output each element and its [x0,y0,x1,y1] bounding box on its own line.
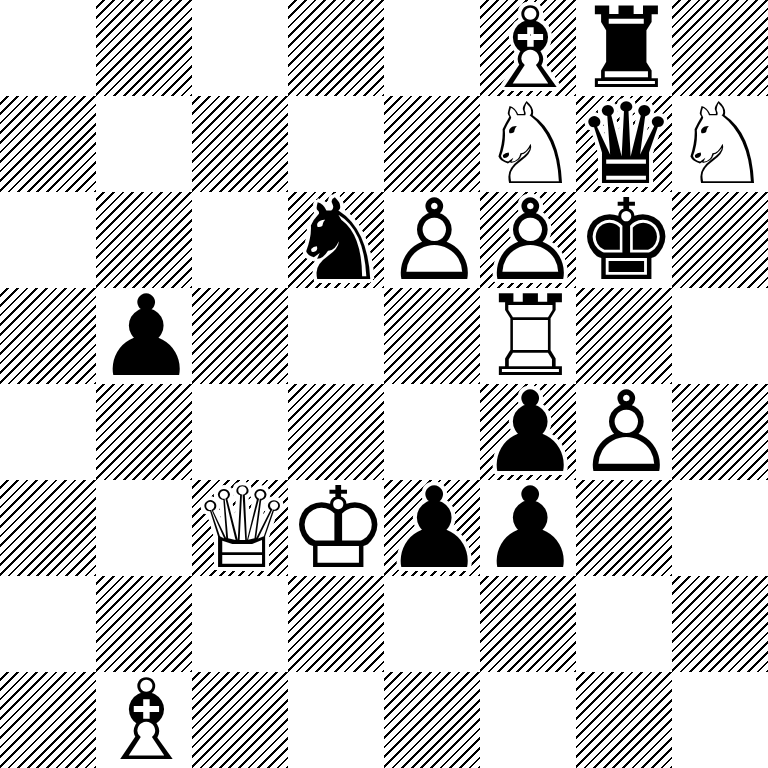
square-e8[interactable] [384,0,480,96]
black-pawn-icon: ♟ [96,288,192,384]
square-a4[interactable] [0,384,96,480]
white-knight-icon: ♘ [672,96,768,192]
square-c6[interactable] [192,192,288,288]
square-c2[interactable] [192,576,288,672]
square-d3[interactable]: ♚♔ [288,480,384,576]
piece-black-king[interactable]: ♚♚ [576,192,672,288]
square-e1[interactable] [384,672,480,768]
square-d8[interactable] [288,0,384,96]
piece-white-pawn[interactable]: ♟♙ [384,192,480,288]
chess-board: ♝♗♜♜♞♘♛♛♞♘♞♞♟♙♟♙♚♚♟♟♜♖♟♟♟♙♛♕♚♔♟♟♟♟♝♗ [0,0,768,768]
square-e2[interactable] [384,576,480,672]
square-g6[interactable]: ♚♚ [576,192,672,288]
square-h6[interactable] [672,192,768,288]
square-h3[interactable] [672,480,768,576]
square-f2[interactable] [480,576,576,672]
square-d2[interactable] [288,576,384,672]
piece-black-pawn[interactable]: ♟♟ [480,480,576,576]
square-h4[interactable] [672,384,768,480]
square-h2[interactable] [672,576,768,672]
square-a3[interactable] [0,480,96,576]
white-king-icon: ♔ [288,480,384,576]
piece-white-queen[interactable]: ♛♕ [192,480,288,576]
square-c5[interactable] [192,288,288,384]
black-knight-icon: ♞ [288,192,384,288]
square-c8[interactable] [192,0,288,96]
black-pawn-icon: ♟ [384,480,480,576]
square-b5[interactable]: ♟♟ [96,288,192,384]
square-c7[interactable] [192,96,288,192]
square-b4[interactable] [96,384,192,480]
black-pawn-icon: ♟ [480,480,576,576]
piece-white-bishop[interactable]: ♝♗ [96,672,192,768]
square-d5[interactable] [288,288,384,384]
square-b3[interactable] [96,480,192,576]
square-d1[interactable] [288,672,384,768]
square-e6[interactable]: ♟♙ [384,192,480,288]
square-d6[interactable]: ♞♞ [288,192,384,288]
square-a1[interactable] [0,672,96,768]
square-h5[interactable] [672,288,768,384]
square-g4[interactable]: ♟♙ [576,384,672,480]
square-b1[interactable]: ♝♗ [96,672,192,768]
black-king-icon: ♚ [576,192,672,288]
square-g1[interactable] [576,672,672,768]
piece-white-king[interactable]: ♚♔ [288,480,384,576]
square-e5[interactable] [384,288,480,384]
piece-black-pawn[interactable]: ♟♟ [96,288,192,384]
square-a8[interactable] [0,0,96,96]
square-c3[interactable]: ♛♕ [192,480,288,576]
square-f3[interactable]: ♟♟ [480,480,576,576]
piece-white-pawn[interactable]: ♟♙ [576,384,672,480]
white-pawn-icon: ♙ [384,192,480,288]
square-h1[interactable] [672,672,768,768]
square-f1[interactable] [480,672,576,768]
square-a2[interactable] [0,576,96,672]
white-pawn-icon: ♙ [576,384,672,480]
square-h7[interactable]: ♞♘ [672,96,768,192]
white-bishop-icon: ♗ [96,672,192,768]
square-c1[interactable] [192,672,288,768]
square-b8[interactable] [96,0,192,96]
square-b7[interactable] [96,96,192,192]
square-g3[interactable] [576,480,672,576]
piece-black-pawn[interactable]: ♟♟ [384,480,480,576]
piece-white-knight[interactable]: ♞♘ [672,96,768,192]
piece-black-knight[interactable]: ♞♞ [288,192,384,288]
square-e3[interactable]: ♟♟ [384,480,480,576]
white-queen-icon: ♕ [192,480,288,576]
square-a5[interactable] [0,288,96,384]
square-a6[interactable] [0,192,96,288]
square-a7[interactable] [0,96,96,192]
square-g2[interactable] [576,576,672,672]
